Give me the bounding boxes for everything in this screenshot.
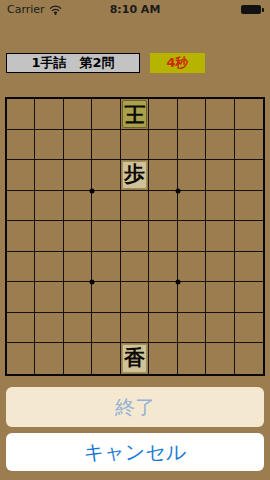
board-cell-2a[interactable]: [206, 99, 234, 130]
board-cell-4d[interactable]: [149, 191, 177, 222]
battery-body: [241, 5, 261, 14]
board-cell-1i[interactable]: [235, 343, 263, 374]
board-cell-3e[interactable]: [178, 221, 206, 252]
board-cell-8g[interactable]: [35, 282, 63, 313]
board-cell-4f[interactable]: [149, 252, 177, 283]
board-cell-2h[interactable]: [206, 313, 234, 344]
board-cell-8a[interactable]: [35, 99, 63, 130]
board-cell-4h[interactable]: [149, 313, 177, 344]
shogi-board[interactable]: 王歩香: [5, 97, 265, 376]
board-cell-7h[interactable]: [64, 313, 92, 344]
board-cell-5a[interactable]: 王: [121, 99, 149, 130]
board-cell-3h[interactable]: [178, 313, 206, 344]
board-cell-7i[interactable]: [64, 343, 92, 374]
board-cell-5i[interactable]: 香: [121, 343, 149, 374]
board-cell-8c[interactable]: [35, 160, 63, 191]
board-cell-7f[interactable]: [64, 252, 92, 283]
board-cell-6b[interactable]: [92, 130, 120, 161]
board-cell-4b[interactable]: [149, 130, 177, 161]
board-cell-3d[interactable]: [178, 191, 206, 222]
board-cell-3f[interactable]: [178, 252, 206, 283]
board-cell-2b[interactable]: [206, 130, 234, 161]
board-cell-4c[interactable]: [149, 160, 177, 191]
board-cell-3g[interactable]: [178, 282, 206, 313]
star-point: [90, 280, 95, 285]
board-cell-3i[interactable]: [178, 343, 206, 374]
board-cell-1d[interactable]: [235, 191, 263, 222]
board-cell-6g[interactable]: [92, 282, 120, 313]
board-cell-7a[interactable]: [64, 99, 92, 130]
board-cell-4g[interactable]: [149, 282, 177, 313]
board-cell-8e[interactable]: [35, 221, 63, 252]
board-cell-9h[interactable]: [7, 313, 35, 344]
board-cell-2e[interactable]: [206, 221, 234, 252]
piece-glyph: 王: [124, 103, 145, 124]
board-cell-7e[interactable]: [64, 221, 92, 252]
board-cell-7d[interactable]: [64, 191, 92, 222]
board-cell-1h[interactable]: [235, 313, 263, 344]
board-cell-3b[interactable]: [178, 130, 206, 161]
star-point: [90, 188, 95, 193]
board-cell-6f[interactable]: [92, 252, 120, 283]
board-cell-8f[interactable]: [35, 252, 63, 283]
star-point: [175, 188, 180, 193]
board-cell-6e[interactable]: [92, 221, 120, 252]
board-cell-5b[interactable]: [121, 130, 149, 161]
star-point: [175, 280, 180, 285]
board-cell-2d[interactable]: [206, 191, 234, 222]
board-cell-9g[interactable]: [7, 282, 35, 313]
battery-icon: [241, 5, 264, 14]
end-button[interactable]: 終了: [6, 387, 264, 427]
board-cell-2i[interactable]: [206, 343, 234, 374]
board-cell-9c[interactable]: [7, 160, 35, 191]
piece-sente-pawn-5c[interactable]: 歩: [122, 161, 147, 189]
status-bar: Carrier 8:10 AM: [0, 0, 270, 20]
board-cell-5d[interactable]: [121, 191, 149, 222]
board-cell-1c[interactable]: [235, 160, 263, 191]
piece-sente-lance-5i[interactable]: 香: [122, 344, 147, 373]
board-cell-1e[interactable]: [235, 221, 263, 252]
board-cell-3a[interactable]: [178, 99, 206, 130]
board-cell-6c[interactable]: [92, 160, 120, 191]
board-cell-8b[interactable]: [35, 130, 63, 161]
board-cell-6a[interactable]: [92, 99, 120, 130]
board-cell-9e[interactable]: [7, 221, 35, 252]
board-cell-9f[interactable]: [7, 252, 35, 283]
board-cell-4i[interactable]: [149, 343, 177, 374]
board-cell-5f[interactable]: [121, 252, 149, 283]
board-cell-7b[interactable]: [64, 130, 92, 161]
clock-label: 8:10 AM: [0, 3, 270, 16]
timer-badge: 4秒: [150, 53, 205, 73]
board-cell-5h[interactable]: [121, 313, 149, 344]
board-cell-2g[interactable]: [206, 282, 234, 313]
board-cell-6h[interactable]: [92, 313, 120, 344]
board-cell-6d[interactable]: [92, 191, 120, 222]
board-cell-1g[interactable]: [235, 282, 263, 313]
problem-badge: 1手詰 第2問: [6, 53, 140, 73]
board-cell-7g[interactable]: [64, 282, 92, 313]
board-cell-8i[interactable]: [35, 343, 63, 374]
board-cell-1a[interactable]: [235, 99, 263, 130]
board-cell-9i[interactable]: [7, 343, 35, 374]
board-cell-9a[interactable]: [7, 99, 35, 130]
battery-nub: [262, 8, 264, 12]
board-cell-2f[interactable]: [206, 252, 234, 283]
board-cell-4e[interactable]: [149, 221, 177, 252]
board-cell-9b[interactable]: [7, 130, 35, 161]
board-cell-8d[interactable]: [35, 191, 63, 222]
board-cell-5e[interactable]: [121, 221, 149, 252]
board-cell-5g[interactable]: [121, 282, 149, 313]
board-cell-5c[interactable]: 歩: [121, 160, 149, 191]
app-screen: Carrier 8:10 AM 1手詰 第2問 4秒 王歩香 終了 キャンセル: [0, 0, 270, 480]
board-cell-7c[interactable]: [64, 160, 92, 191]
board-cell-3c[interactable]: [178, 160, 206, 191]
board-cell-2c[interactable]: [206, 160, 234, 191]
piece-glyph: 歩: [124, 164, 145, 185]
board-cell-6i[interactable]: [92, 343, 120, 374]
board-cell-9d[interactable]: [7, 191, 35, 222]
board-cell-4a[interactable]: [149, 99, 177, 130]
board-cell-8h[interactable]: [35, 313, 63, 344]
board-cell-1f[interactable]: [235, 252, 263, 283]
piece-gote-king-5a[interactable]: 王: [122, 100, 147, 128]
piece-glyph: 香: [124, 348, 145, 369]
board-cell-1b[interactable]: [235, 130, 263, 161]
cancel-button[interactable]: キャンセル: [6, 433, 264, 471]
